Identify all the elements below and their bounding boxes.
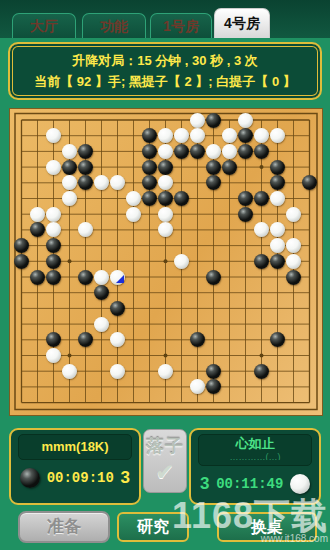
- black-stone: [238, 191, 253, 206]
- study-button[interactable]: 研究: [117, 512, 189, 542]
- black-stone: [174, 144, 189, 159]
- black-stone: [286, 270, 301, 285]
- white-stone: [286, 254, 301, 269]
- white-stone: [62, 144, 77, 159]
- white-stone: [30, 207, 45, 222]
- black-stone: [142, 160, 157, 175]
- black-stone: [142, 191, 157, 206]
- white-stone: [238, 113, 253, 128]
- black-stone: [14, 238, 29, 253]
- black-stone: [78, 160, 93, 175]
- white-stone: [158, 207, 173, 222]
- capture-status-text: 当前【 92 】手; 黑提子【 2 】; 白提子【 0 】: [10, 73, 320, 91]
- black-stone: [46, 270, 61, 285]
- black-stone: [206, 270, 221, 285]
- white-stone: [158, 144, 173, 159]
- white-stone: [110, 270, 125, 285]
- black-stone: [238, 207, 253, 222]
- white-stone: [110, 364, 125, 379]
- black-stone: [158, 191, 173, 206]
- tab-room-1[interactable]: 1号房: [150, 13, 212, 38]
- white-stone: [46, 207, 61, 222]
- black-player-name-box: mmm(18K): [18, 434, 132, 460]
- play-move-button[interactable]: 落子 ✔: [143, 429, 187, 493]
- white-stone: [46, 348, 61, 363]
- white-periods-left: 3: [200, 474, 209, 494]
- play-move-label: 落子: [144, 434, 186, 458]
- change-table-button[interactable]: 换桌: [217, 512, 317, 542]
- white-stone: [286, 238, 301, 253]
- black-stone: [270, 160, 285, 175]
- white-stone: [126, 207, 141, 222]
- black-stone: [206, 364, 221, 379]
- black-stone: [190, 144, 205, 159]
- black-player-panel: mmm(18K) 00:09:10 3: [9, 428, 141, 505]
- black-stone: [206, 160, 221, 175]
- ready-button[interactable]: 准备: [18, 511, 110, 543]
- black-stone: [62, 160, 77, 175]
- black-stone: [46, 254, 61, 269]
- white-stone: [126, 191, 141, 206]
- black-stone: [78, 270, 93, 285]
- go-board[interactable]: [9, 108, 323, 416]
- black-stone: [30, 270, 45, 285]
- black-periods-left: 3: [121, 468, 130, 488]
- white-stone: [94, 317, 109, 332]
- black-stone: [142, 144, 157, 159]
- black-stone: [254, 144, 269, 159]
- white-stone-icon: [290, 474, 310, 494]
- match-rules-text: 升降对局：15 分钟 , 30 秒 , 3 次: [10, 52, 320, 70]
- black-stone: [46, 238, 61, 253]
- white-stone: [158, 364, 173, 379]
- white-stone: [46, 160, 61, 175]
- white-stone: [206, 144, 221, 159]
- tab-room-4[interactable]: 4号房: [214, 8, 270, 38]
- white-player-name-box: 心如止 …………(…): [198, 434, 312, 466]
- black-stone: [174, 191, 189, 206]
- white-stone: [270, 238, 285, 253]
- tab-lobby[interactable]: 大厅: [12, 13, 76, 38]
- white-stone: [174, 254, 189, 269]
- black-stone: [254, 364, 269, 379]
- confirm-check-icon: ✔: [144, 458, 186, 486]
- white-player-panel: 心如止 …………(…) 3 00:11:49: [189, 428, 321, 505]
- black-stone: [222, 160, 237, 175]
- black-stone: [110, 301, 125, 316]
- black-stone: [206, 113, 221, 128]
- tab-functions[interactable]: 功能: [82, 13, 146, 38]
- black-stone: [254, 191, 269, 206]
- black-stone: [158, 160, 173, 175]
- tab-bar: 大厅 功能 1号房 4号房: [0, 0, 330, 38]
- white-stone: [222, 144, 237, 159]
- black-player-clock: 00:09:10: [47, 470, 114, 486]
- white-stone: [62, 364, 77, 379]
- black-stone: [78, 144, 93, 159]
- match-info-panel: 升降对局：15 分钟 , 30 秒 , 3 次 当前【 92 】手; 黑提子【 …: [8, 42, 322, 100]
- black-stone: [238, 144, 253, 159]
- black-stone: [14, 254, 29, 269]
- white-stone: [270, 191, 285, 206]
- black-stone: [254, 254, 269, 269]
- white-player-name: 心如止: [199, 435, 311, 453]
- black-stone-icon: [20, 468, 40, 488]
- last-move-marker-icon: [116, 275, 124, 283]
- black-player-name: mmm(18K): [19, 435, 131, 459]
- white-player-name-line2: …………(…): [199, 453, 311, 460]
- black-stone: [270, 254, 285, 269]
- white-stone: [94, 270, 109, 285]
- white-stone: [62, 191, 77, 206]
- white-stone: [190, 113, 205, 128]
- white-player-clock: 00:11:49: [216, 476, 283, 492]
- white-stone: [286, 207, 301, 222]
